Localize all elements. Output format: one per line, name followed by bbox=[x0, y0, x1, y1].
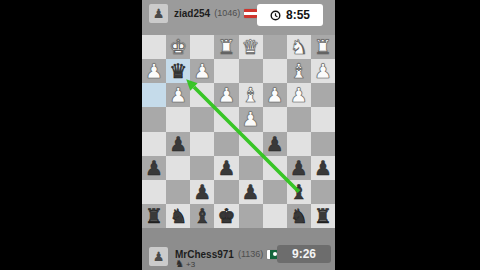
top-player-clock: 8:55 bbox=[257, 4, 323, 26]
captured-knight-icon: ♞ bbox=[175, 259, 184, 269]
square-b8[interactable]: ♞ bbox=[287, 204, 311, 228]
white-Q-piece[interactable]: ♛ bbox=[242, 35, 260, 59]
pawn-avatar-icon: ♟ bbox=[153, 4, 165, 23]
black-R-piece[interactable]: ♜ bbox=[314, 204, 332, 228]
top-player-name: ziad254 bbox=[174, 8, 210, 19]
square-g7[interactable] bbox=[166, 180, 190, 204]
white-K-piece[interactable]: ♚ bbox=[169, 35, 187, 59]
square-d6[interactable] bbox=[239, 156, 263, 180]
chess-app: ♟ ziad254 (1046) 8:55 ♚♜♛♞♜♟♛♟♝♟♟♟♝♟♟♟♟♟… bbox=[142, 0, 335, 270]
square-e3[interactable]: ♟ bbox=[214, 83, 238, 107]
square-c4[interactable] bbox=[263, 107, 287, 131]
black-P-piece[interactable]: ♟ bbox=[217, 156, 235, 180]
square-a2[interactable]: ♟ bbox=[311, 59, 335, 83]
white-B-piece[interactable]: ♝ bbox=[242, 83, 260, 107]
square-h8[interactable]: ♜ bbox=[142, 204, 166, 228]
square-c5[interactable]: ♟ bbox=[263, 132, 287, 156]
black-B-piece[interactable]: ♝ bbox=[290, 180, 308, 204]
square-h4[interactable] bbox=[142, 107, 166, 131]
square-f1[interactable] bbox=[190, 35, 214, 59]
square-a5[interactable] bbox=[311, 132, 335, 156]
square-a4[interactable] bbox=[311, 107, 335, 131]
white-P-piece[interactable]: ♟ bbox=[314, 59, 332, 83]
square-a6[interactable]: ♟ bbox=[311, 156, 335, 180]
square-g6[interactable] bbox=[166, 156, 190, 180]
black-P-piece[interactable]: ♟ bbox=[193, 180, 211, 204]
square-d8[interactable] bbox=[239, 204, 263, 228]
square-g2[interactable]: ♛ bbox=[166, 59, 190, 83]
square-h7[interactable] bbox=[142, 180, 166, 204]
square-b1[interactable]: ♞ bbox=[287, 35, 311, 59]
top-player-info: ziad254 (1046) bbox=[174, 7, 257, 19]
white-P-piece[interactable]: ♟ bbox=[193, 59, 211, 83]
square-e5[interactable] bbox=[214, 132, 238, 156]
white-P-piece[interactable]: ♟ bbox=[217, 83, 235, 107]
white-P-piece[interactable]: ♟ bbox=[145, 59, 163, 83]
square-f7[interactable]: ♟ bbox=[190, 180, 214, 204]
white-P-piece[interactable]: ♟ bbox=[169, 83, 187, 107]
square-c7[interactable] bbox=[263, 180, 287, 204]
black-B-piece[interactable]: ♝ bbox=[193, 204, 211, 228]
square-d2[interactable] bbox=[239, 59, 263, 83]
square-f4[interactable] bbox=[190, 107, 214, 131]
square-e8[interactable]: ♚ bbox=[214, 204, 238, 228]
square-b2[interactable]: ♝ bbox=[287, 59, 311, 83]
top-player-avatar[interactable]: ♟ bbox=[149, 4, 168, 23]
black-Q-piece[interactable]: ♛ bbox=[169, 59, 187, 83]
screenshot-frame: ♟ ziad254 (1046) 8:55 ♚♜♛♞♜♟♛♟♝♟♟♟♝♟♟♟♟♟… bbox=[0, 0, 480, 270]
square-c6[interactable] bbox=[263, 156, 287, 180]
square-h2[interactable]: ♟ bbox=[142, 59, 166, 83]
square-a8[interactable]: ♜ bbox=[311, 204, 335, 228]
black-P-piece[interactable]: ♟ bbox=[290, 156, 308, 180]
square-g5[interactable]: ♟ bbox=[166, 132, 190, 156]
square-a7[interactable] bbox=[311, 180, 335, 204]
bottom-player-clock: 9:26 bbox=[277, 245, 331, 263]
bottom-player-avatar[interactable]: ♟ bbox=[149, 247, 168, 266]
square-b6[interactable]: ♟ bbox=[287, 156, 311, 180]
material-advantage: +3 bbox=[186, 260, 195, 269]
square-d3[interactable]: ♝ bbox=[239, 83, 263, 107]
square-h5[interactable] bbox=[142, 132, 166, 156]
square-g4[interactable] bbox=[166, 107, 190, 131]
black-P-piece[interactable]: ♟ bbox=[242, 180, 260, 204]
square-c8[interactable] bbox=[263, 204, 287, 228]
square-c1[interactable] bbox=[263, 35, 287, 59]
black-K-piece[interactable]: ♚ bbox=[217, 204, 235, 228]
square-g1[interactable]: ♚ bbox=[166, 35, 190, 59]
square-e2[interactable] bbox=[214, 59, 238, 83]
white-R-piece[interactable]: ♜ bbox=[314, 35, 332, 59]
chess-board: ♚♜♛♞♜♟♛♟♝♟♟♟♝♟♟♟♟♟♟♟♟♟♟♟♝♜♞♝♚♞♜ bbox=[142, 35, 335, 228]
top-player-rating: (1046) bbox=[214, 8, 240, 18]
square-e1[interactable]: ♜ bbox=[214, 35, 238, 59]
square-c2[interactable] bbox=[263, 59, 287, 83]
black-N-piece[interactable]: ♞ bbox=[169, 204, 187, 228]
square-b5[interactable] bbox=[287, 132, 311, 156]
white-P-piece[interactable]: ♟ bbox=[266, 83, 284, 107]
square-e7[interactable] bbox=[214, 180, 238, 204]
square-h6[interactable]: ♟ bbox=[142, 156, 166, 180]
austria-flag-icon bbox=[244, 9, 257, 18]
square-b3[interactable]: ♟ bbox=[287, 83, 311, 107]
square-c3[interactable]: ♟ bbox=[263, 83, 287, 107]
square-f2[interactable]: ♟ bbox=[190, 59, 214, 83]
square-f6[interactable] bbox=[190, 156, 214, 180]
bottom-player-bar[interactable]: ♟ MrChess971 (1136) ♞ +3 9:26 bbox=[142, 228, 335, 270]
black-P-piece[interactable]: ♟ bbox=[169, 132, 187, 156]
black-R-piece[interactable]: ♜ bbox=[145, 204, 163, 228]
top-player-bar[interactable]: ♟ ziad254 (1046) 8:55 bbox=[142, 0, 335, 35]
white-P-piece[interactable]: ♟ bbox=[290, 83, 308, 107]
white-N-piece[interactable]: ♞ bbox=[290, 35, 308, 59]
square-d5[interactable] bbox=[239, 132, 263, 156]
square-f5[interactable] bbox=[190, 132, 214, 156]
square-h3[interactable] bbox=[142, 83, 166, 107]
square-h1[interactable] bbox=[142, 35, 166, 59]
black-N-piece[interactable]: ♞ bbox=[290, 204, 308, 228]
bottom-player-rating: (1136) bbox=[238, 249, 263, 259]
square-e6[interactable]: ♟ bbox=[214, 156, 238, 180]
top-clock-time: 8:55 bbox=[286, 8, 310, 22]
square-b7[interactable]: ♝ bbox=[287, 180, 311, 204]
white-P-piece[interactable]: ♟ bbox=[242, 107, 260, 131]
square-d1[interactable]: ♛ bbox=[239, 35, 263, 59]
square-f3[interactable] bbox=[190, 83, 214, 107]
square-b4[interactable] bbox=[287, 107, 311, 131]
square-e4[interactable] bbox=[214, 107, 238, 131]
pawn-avatar-icon: ♟ bbox=[153, 247, 165, 266]
square-g8[interactable]: ♞ bbox=[166, 204, 190, 228]
bottom-clock-time: 9:26 bbox=[292, 247, 316, 261]
black-P-piece[interactable]: ♟ bbox=[145, 156, 163, 180]
square-d4[interactable]: ♟ bbox=[239, 107, 263, 131]
square-a3[interactable] bbox=[311, 83, 335, 107]
square-g3[interactable]: ♟ bbox=[166, 83, 190, 107]
white-B-piece[interactable]: ♝ bbox=[290, 59, 308, 83]
black-P-piece[interactable]: ♟ bbox=[314, 156, 332, 180]
square-a1[interactable]: ♜ bbox=[311, 35, 335, 59]
material-line: ♞ +3 bbox=[175, 259, 195, 269]
white-R-piece[interactable]: ♜ bbox=[217, 35, 235, 59]
black-P-piece[interactable]: ♟ bbox=[266, 132, 284, 156]
square-d7[interactable]: ♟ bbox=[239, 180, 263, 204]
square-f8[interactable]: ♝ bbox=[190, 204, 214, 228]
clock-icon bbox=[270, 10, 281, 21]
